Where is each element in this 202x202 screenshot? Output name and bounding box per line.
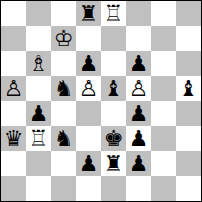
square-c3[interactable]: ♞: [51, 126, 76, 151]
piece-black-knight: ♞: [51, 126, 76, 151]
piece-black-pawn: ♟: [126, 151, 151, 176]
square-c7[interactable]: ♔: [51, 26, 76, 51]
square-a4[interactable]: [1, 101, 26, 126]
square-a5[interactable]: ♙: [1, 76, 26, 101]
square-g7[interactable]: [151, 26, 176, 51]
square-c8[interactable]: [51, 1, 76, 26]
square-d5[interactable]: ♙: [76, 76, 101, 101]
square-h2[interactable]: [176, 151, 201, 176]
square-e5[interactable]: ♝: [101, 76, 126, 101]
square-f8[interactable]: [126, 1, 151, 26]
square-f2[interactable]: ♟: [126, 151, 151, 176]
square-d7[interactable]: [76, 26, 101, 51]
square-e3[interactable]: ♚: [101, 126, 126, 151]
square-e8[interactable]: ♖: [101, 1, 126, 26]
square-b3[interactable]: ♖: [26, 126, 51, 151]
piece-black-queen: ♛: [1, 126, 26, 151]
square-f4[interactable]: ♟: [126, 101, 151, 126]
square-d1[interactable]: [76, 176, 101, 201]
piece-black-pawn: ♟: [26, 101, 51, 126]
square-b7[interactable]: [26, 26, 51, 51]
square-d2[interactable]: ♟: [76, 151, 101, 176]
square-d4[interactable]: [76, 101, 101, 126]
piece-black-king: ♚: [101, 126, 126, 151]
square-g1[interactable]: [151, 176, 176, 201]
square-f5[interactable]: ♙: [126, 76, 151, 101]
square-e1[interactable]: [101, 176, 126, 201]
piece-white-pawn: ♙: [76, 76, 101, 101]
piece-white-pawn: ♙: [1, 76, 26, 101]
square-c2[interactable]: [51, 151, 76, 176]
piece-black-rook: ♜: [76, 1, 101, 26]
square-b4[interactable]: ♟: [26, 101, 51, 126]
piece-white-rook: ♖: [101, 1, 126, 26]
piece-white-rook: ♖: [26, 126, 51, 151]
square-b1[interactable]: [26, 176, 51, 201]
square-b2[interactable]: [26, 151, 51, 176]
square-g4[interactable]: [151, 101, 176, 126]
square-f1[interactable]: [126, 176, 151, 201]
square-a3[interactable]: ♛: [1, 126, 26, 151]
piece-black-knight: ♞: [51, 76, 76, 101]
chess-board: ♜♖♔♗♟♟♙♞♙♝♙♝♟♟♛♖♞♚♟♟♜♟: [0, 0, 202, 202]
square-a7[interactable]: [1, 26, 26, 51]
square-c6[interactable]: [51, 51, 76, 76]
square-d3[interactable]: [76, 126, 101, 151]
square-b5[interactable]: [26, 76, 51, 101]
square-e4[interactable]: [101, 101, 126, 126]
square-d8[interactable]: ♜: [76, 1, 101, 26]
square-e6[interactable]: [101, 51, 126, 76]
square-a8[interactable]: [1, 1, 26, 26]
square-g8[interactable]: [151, 1, 176, 26]
square-b6[interactable]: ♗: [26, 51, 51, 76]
square-a1[interactable]: [1, 176, 26, 201]
square-a6[interactable]: [1, 51, 26, 76]
square-h6[interactable]: [176, 51, 201, 76]
square-h4[interactable]: [176, 101, 201, 126]
piece-white-pawn: ♙: [126, 76, 151, 101]
square-h3[interactable]: [176, 126, 201, 151]
square-f3[interactable]: ♟: [126, 126, 151, 151]
square-e7[interactable]: [101, 26, 126, 51]
square-c1[interactable]: [51, 176, 76, 201]
square-b8[interactable]: [26, 1, 51, 26]
square-c5[interactable]: ♞: [51, 76, 76, 101]
square-a2[interactable]: [1, 151, 26, 176]
piece-black-pawn: ♟: [76, 151, 101, 176]
square-g3[interactable]: [151, 126, 176, 151]
piece-black-pawn: ♟: [126, 101, 151, 126]
piece-white-bishop: ♗: [26, 51, 51, 76]
square-e2[interactable]: ♜: [101, 151, 126, 176]
square-h7[interactable]: [176, 26, 201, 51]
piece-black-rook: ♜: [101, 151, 126, 176]
square-g2[interactable]: [151, 151, 176, 176]
square-g6[interactable]: [151, 51, 176, 76]
piece-black-pawn: ♟: [126, 51, 151, 76]
square-c4[interactable]: [51, 101, 76, 126]
square-d6[interactable]: ♟: [76, 51, 101, 76]
piece-white-king: ♔: [51, 26, 76, 51]
piece-black-pawn: ♟: [76, 51, 101, 76]
square-g5[interactable]: [151, 76, 176, 101]
piece-black-bishop: ♝: [101, 76, 126, 101]
square-h5[interactable]: ♝: [176, 76, 201, 101]
square-f7[interactable]: [126, 26, 151, 51]
square-h1[interactable]: [176, 176, 201, 201]
square-h8[interactable]: [176, 1, 201, 26]
piece-black-bishop: ♝: [176, 76, 201, 101]
square-f6[interactable]: ♟: [126, 51, 151, 76]
piece-black-pawn: ♟: [126, 126, 151, 151]
